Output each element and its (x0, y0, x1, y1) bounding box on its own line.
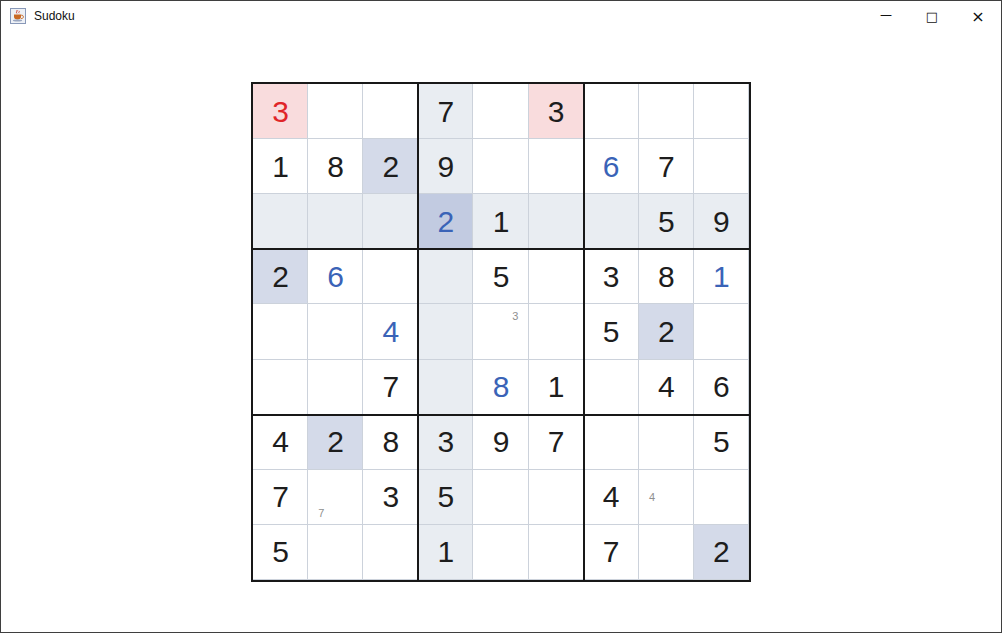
cell-r5c7[interactable]: 5 (584, 304, 639, 359)
cell-r2c6[interactable] (529, 139, 584, 194)
cell-r2c3[interactable]: 2 (363, 139, 418, 194)
cell-r3c1[interactable] (253, 194, 308, 249)
cell-r7c5[interactable]: 9 (473, 415, 528, 470)
cell-r9c2[interactable] (308, 525, 363, 580)
cell-r7c8[interactable] (639, 415, 694, 470)
cell-r1c9[interactable] (694, 84, 749, 139)
cell-r2c5[interactable] (473, 139, 528, 194)
cell-r6c9[interactable]: 6 (694, 360, 749, 415)
maximize-button[interactable]: □ (909, 1, 955, 31)
cell-r9c6[interactable] (529, 525, 584, 580)
cell-r1c2[interactable] (308, 84, 363, 139)
cell-r8c7[interactable]: 4 (584, 470, 639, 525)
cell-r6c3[interactable]: 7 (363, 360, 418, 415)
cell-r3c3[interactable] (363, 194, 418, 249)
cell-r8c4[interactable]: 5 (418, 470, 473, 525)
maximize-icon: □ (926, 9, 938, 24)
cell-r3c4[interactable]: 2 (418, 194, 473, 249)
cell-r5c6[interactable] (529, 304, 584, 359)
cell-r8c3[interactable]: 3 (363, 470, 418, 525)
pencil-marks: 4 (639, 470, 694, 525)
cell-r8c2[interactable]: 7 (308, 470, 363, 525)
cell-r7c3[interactable]: 8 (363, 415, 418, 470)
cell-r5c4[interactable] (418, 304, 473, 359)
close-icon: × (971, 7, 984, 26)
cell-r5c2[interactable] (308, 304, 363, 359)
cell-r3c8[interactable]: 5 (639, 194, 694, 249)
cell-r4c8[interactable]: 8 (639, 249, 694, 304)
close-button[interactable]: × (955, 1, 1001, 31)
titlebar: Sudoku — □ × (1, 1, 1001, 31)
cell-r8c1[interactable]: 7 (253, 470, 308, 525)
cell-r6c1[interactable] (253, 360, 308, 415)
cell-r7c6[interactable]: 7 (529, 415, 584, 470)
pencil-marks: 7 (308, 470, 363, 525)
cell-r9c8[interactable] (639, 525, 694, 580)
cell-r3c5[interactable]: 1 (473, 194, 528, 249)
cell-r6c2[interactable] (308, 360, 363, 415)
cell-r1c5[interactable] (473, 84, 528, 139)
cell-r9c1[interactable]: 5 (253, 525, 308, 580)
cell-r3c9[interactable]: 9 (694, 194, 749, 249)
cell-r2c1[interactable]: 1 (253, 139, 308, 194)
minimize-icon: — (880, 8, 892, 22)
cell-r5c8[interactable]: 2 (639, 304, 694, 359)
cell-r8c6[interactable] (529, 470, 584, 525)
cell-r4c3[interactable] (363, 249, 418, 304)
cell-r4c2[interactable]: 6 (308, 249, 363, 304)
cell-r5c9[interactable] (694, 304, 749, 359)
cell-r4c4[interactable] (418, 249, 473, 304)
cell-r6c4[interactable] (418, 360, 473, 415)
cell-r7c7[interactable] (584, 415, 639, 470)
cell-r9c5[interactable] (473, 525, 528, 580)
java-coffee-cup-icon (10, 8, 26, 24)
cell-r4c5[interactable]: 5 (473, 249, 528, 304)
cell-r3c7[interactable] (584, 194, 639, 249)
cell-r9c3[interactable] (363, 525, 418, 580)
cell-r8c5[interactable] (473, 470, 528, 525)
cell-r1c8[interactable] (639, 84, 694, 139)
cell-r6c7[interactable] (584, 360, 639, 415)
minimize-button[interactable]: — (863, 1, 909, 31)
cell-r7c9[interactable]: 5 (694, 415, 749, 470)
sudoku-board: 3731829672159265381435278146428397577354… (251, 82, 751, 582)
cell-r8c8[interactable]: 4 (639, 470, 694, 525)
sudoku-window: Sudoku — □ × 373182967215926538143527814… (0, 0, 1002, 633)
cell-r1c3[interactable] (363, 84, 418, 139)
cell-r4c7[interactable]: 3 (584, 249, 639, 304)
cell-r5c3[interactable]: 4 (363, 304, 418, 359)
cell-r3c2[interactable] (308, 194, 363, 249)
cell-r2c7[interactable]: 6 (584, 139, 639, 194)
cell-r8c9[interactable] (694, 470, 749, 525)
cell-r6c8[interactable]: 4 (639, 360, 694, 415)
cell-r4c1[interactable]: 2 (253, 249, 308, 304)
pencil-marks: 3 (473, 304, 528, 359)
cell-r2c9[interactable] (694, 139, 749, 194)
cell-r5c5[interactable]: 3 (473, 304, 528, 359)
cell-r1c1[interactable]: 3 (253, 84, 308, 139)
cell-r1c4[interactable]: 7 (418, 84, 473, 139)
cell-r5c1[interactable] (253, 304, 308, 359)
cell-r2c4[interactable]: 9 (418, 139, 473, 194)
cell-r7c2[interactable]: 2 (308, 415, 363, 470)
cell-r1c6[interactable]: 3 (529, 84, 584, 139)
window-title: Sudoku (34, 9, 75, 23)
cell-r1c7[interactable] (584, 84, 639, 139)
cell-r7c1[interactable]: 4 (253, 415, 308, 470)
cell-r9c9[interactable]: 2 (694, 525, 749, 580)
cell-r2c2[interactable]: 8 (308, 139, 363, 194)
cell-r6c5[interactable]: 8 (473, 360, 528, 415)
window-controls: — □ × (863, 1, 1001, 31)
cell-r4c9[interactable]: 1 (694, 249, 749, 304)
cell-r4c6[interactable] (529, 249, 584, 304)
cell-r9c4[interactable]: 1 (418, 525, 473, 580)
cell-r2c8[interactable]: 7 (639, 139, 694, 194)
cell-r3c6[interactable] (529, 194, 584, 249)
cell-r6c6[interactable]: 1 (529, 360, 584, 415)
cell-r7c4[interactable]: 3 (418, 415, 473, 470)
cell-r9c7[interactable]: 7 (584, 525, 639, 580)
